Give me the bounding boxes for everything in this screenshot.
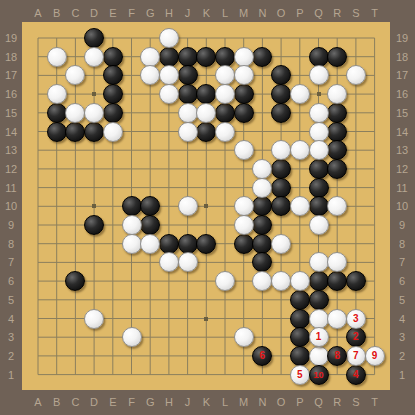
col-label-top-J: J (185, 8, 191, 19)
row-label-right-1: 1 (399, 369, 405, 380)
star-point-K10 (204, 204, 208, 208)
black-stone-E17[interactable] (103, 65, 123, 85)
white-stone-S17[interactable] (346, 65, 366, 85)
black-stone-move-10-Q1[interactable]: 10 (309, 365, 329, 385)
white-stone-O6[interactable] (271, 271, 291, 291)
white-stone-L14[interactable] (215, 122, 235, 142)
white-stone-M13[interactable] (234, 140, 254, 160)
row-label-left-12: 12 (5, 163, 17, 174)
white-stone-B16[interactable] (47, 84, 67, 104)
white-stone-F9[interactable] (122, 215, 142, 235)
star-point-K4 (204, 317, 208, 321)
white-stone-N6[interactable] (252, 271, 272, 291)
black-stone-O12[interactable] (271, 159, 291, 179)
black-stone-R18[interactable] (327, 47, 347, 67)
white-stone-move-3-S4[interactable]: 3 (346, 309, 366, 329)
col-label-bottom-Q: Q (314, 397, 323, 408)
white-stone-P10[interactable] (290, 196, 310, 216)
black-stone-O15[interactable] (271, 103, 291, 123)
black-stone-R12[interactable] (327, 159, 347, 179)
move-number-label: 8 (334, 351, 340, 361)
col-label-top-A: A (34, 8, 41, 19)
black-stone-E18[interactable] (103, 47, 123, 67)
row-label-right-14: 14 (396, 126, 408, 137)
move-number-label: 9 (372, 351, 378, 361)
black-stone-D19[interactable] (84, 28, 104, 48)
row-label-right-9: 9 (399, 220, 405, 231)
black-stone-Q11[interactable] (309, 178, 329, 198)
black-stone-Q5[interactable] (309, 290, 329, 310)
white-stone-move-7-S2[interactable]: 7 (346, 346, 366, 366)
black-stone-Q6[interactable] (309, 271, 329, 291)
row-label-left-9: 9 (8, 220, 14, 231)
black-stone-O16[interactable] (271, 84, 291, 104)
col-label-top-F: F (128, 8, 135, 19)
black-stone-Q12[interactable] (309, 159, 329, 179)
black-stone-O10[interactable] (271, 196, 291, 216)
black-stone-N10[interactable] (252, 196, 272, 216)
black-stone-C14[interactable] (65, 122, 85, 142)
white-stone-D4[interactable] (84, 309, 104, 329)
white-stone-F8[interactable] (122, 234, 142, 254)
row-label-right-5: 5 (399, 294, 405, 305)
row-label-left-4: 4 (8, 313, 14, 324)
col-label-top-P: P (296, 8, 303, 19)
white-stone-N12[interactable] (252, 159, 272, 179)
white-stone-L16[interactable] (215, 84, 235, 104)
row-label-left-14: 14 (5, 126, 17, 137)
col-label-bottom-A: A (34, 397, 41, 408)
black-stone-D14[interactable] (84, 122, 104, 142)
move-number-label: 3 (353, 314, 359, 324)
row-label-right-13: 13 (396, 145, 408, 156)
col-label-top-T: T (371, 8, 378, 19)
white-stone-K15[interactable] (196, 103, 216, 123)
black-stone-K14[interactable] (196, 122, 216, 142)
col-label-top-Q: Q (314, 8, 323, 19)
black-stone-Q10[interactable] (309, 196, 329, 216)
col-label-top-B: B (53, 8, 60, 19)
move-number-label: 1 (316, 332, 322, 342)
black-stone-H8[interactable] (159, 234, 179, 254)
col-label-top-M: M (239, 8, 248, 19)
white-stone-N11[interactable] (252, 178, 272, 198)
col-label-top-C: C (71, 8, 79, 19)
col-label-top-S: S (352, 8, 359, 19)
star-point-D10 (92, 204, 96, 208)
row-label-left-13: 13 (5, 145, 17, 156)
col-label-top-D: D (90, 8, 98, 19)
white-stone-R10[interactable] (327, 196, 347, 216)
white-stone-P6[interactable] (290, 271, 310, 291)
move-number-label: 4 (353, 370, 359, 380)
black-stone-R13[interactable] (327, 140, 347, 160)
col-label-bottom-F: F (128, 397, 135, 408)
white-stone-C15[interactable] (65, 103, 85, 123)
col-label-bottom-G: G (146, 397, 155, 408)
black-stone-K8[interactable] (196, 234, 216, 254)
white-stone-J10[interactable] (178, 196, 198, 216)
white-stone-R4[interactable] (327, 309, 347, 329)
col-label-bottom-M: M (239, 397, 248, 408)
white-stone-M9[interactable] (234, 215, 254, 235)
row-label-left-16: 16 (5, 89, 17, 100)
col-label-top-G: G (146, 8, 155, 19)
black-stone-E15[interactable] (103, 103, 123, 123)
white-stone-J15[interactable] (178, 103, 198, 123)
move-number-label: 2 (353, 332, 359, 342)
white-stone-M10[interactable] (234, 196, 254, 216)
row-label-left-19: 19 (5, 33, 17, 44)
white-stone-R16[interactable] (327, 84, 347, 104)
black-stone-N8[interactable] (252, 234, 272, 254)
white-stone-M3[interactable] (234, 327, 254, 347)
col-label-top-L: L (222, 8, 228, 19)
black-stone-N9[interactable] (252, 215, 272, 235)
white-stone-Q14[interactable] (309, 122, 329, 142)
white-stone-M18[interactable] (234, 47, 254, 67)
white-stone-O8[interactable] (271, 234, 291, 254)
black-stone-C6[interactable] (65, 271, 85, 291)
black-stone-P5[interactable] (290, 290, 310, 310)
black-stone-K16[interactable] (196, 84, 216, 104)
white-stone-G8[interactable] (140, 234, 160, 254)
row-label-left-10: 10 (5, 201, 17, 212)
black-stone-L18[interactable] (215, 47, 235, 67)
row-label-left-3: 3 (8, 332, 14, 343)
black-stone-G10[interactable] (140, 196, 160, 216)
row-label-left-6: 6 (8, 276, 14, 287)
black-stone-P2[interactable] (290, 346, 310, 366)
row-label-left-17: 17 (5, 70, 17, 81)
black-stone-E16[interactable] (103, 84, 123, 104)
white-stone-C17[interactable] (65, 65, 85, 85)
col-label-bottom-R: R (333, 397, 341, 408)
col-label-top-R: R (333, 8, 341, 19)
black-stone-F10[interactable] (122, 196, 142, 216)
white-stone-Q17[interactable] (309, 65, 329, 85)
move-number-label: 6 (260, 351, 266, 361)
black-stone-J8[interactable] (178, 234, 198, 254)
white-stone-B18[interactable] (47, 47, 67, 67)
white-stone-Q15[interactable] (309, 103, 329, 123)
white-stone-move-5-P1[interactable]: 5 (290, 365, 310, 385)
move-number-label: 10 (313, 370, 323, 380)
go-board[interactable]: 12345678910 (22, 22, 390, 390)
row-label-right-11: 11 (396, 182, 407, 193)
white-stone-H7[interactable] (159, 252, 179, 272)
white-stone-P16[interactable] (290, 84, 310, 104)
row-label-right-3: 3 (399, 332, 405, 343)
col-label-bottom-D: D (90, 397, 98, 408)
row-label-left-2: 2 (8, 350, 14, 361)
white-stone-Q13[interactable] (309, 140, 329, 160)
black-stone-J17[interactable] (178, 65, 198, 85)
col-label-top-N: N (258, 8, 266, 19)
row-label-left-1: 1 (8, 369, 14, 380)
white-stone-D15[interactable] (84, 103, 104, 123)
white-stone-H19[interactable] (159, 28, 179, 48)
col-label-bottom-C: C (71, 397, 79, 408)
black-stone-D9[interactable] (84, 215, 104, 235)
black-stone-move-4-S1[interactable]: 4 (346, 365, 366, 385)
row-label-left-8: 8 (8, 238, 14, 249)
white-stone-F3[interactable] (122, 327, 142, 347)
white-stone-P13[interactable] (290, 140, 310, 160)
row-label-right-10: 10 (396, 201, 408, 212)
row-label-left-15: 15 (5, 107, 17, 118)
black-stone-J16[interactable] (178, 84, 198, 104)
row-label-right-15: 15 (396, 107, 408, 118)
go-game-screenshot: 12345678910 AABBCCDDEEFFGGHHJJKKLLMMNNOO… (0, 0, 415, 415)
black-stone-M16[interactable] (234, 84, 254, 104)
col-label-top-K: K (203, 8, 210, 19)
row-label-left-5: 5 (8, 294, 14, 305)
black-stone-move-6-N2[interactable]: 6 (252, 346, 272, 366)
move-number-label: 7 (353, 351, 359, 361)
white-stone-L6[interactable] (215, 271, 235, 291)
col-label-bottom-S: S (352, 397, 359, 408)
white-stone-R7[interactable] (327, 252, 347, 272)
black-stone-R14[interactable] (327, 122, 347, 142)
white-stone-Q7[interactable] (309, 252, 329, 272)
col-label-bottom-J: J (185, 397, 191, 408)
black-stone-P3[interactable] (290, 327, 310, 347)
col-label-bottom-P: P (296, 397, 303, 408)
black-stone-move-2-S3[interactable]: 2 (346, 327, 366, 347)
white-stone-move-9-T2[interactable]: 9 (365, 346, 385, 366)
row-label-right-6: 6 (399, 276, 405, 287)
white-stone-Q4[interactable] (309, 309, 329, 329)
white-stone-L17[interactable] (215, 65, 235, 85)
white-stone-J7[interactable] (178, 252, 198, 272)
black-stone-N18[interactable] (252, 47, 272, 67)
white-stone-G17[interactable] (140, 65, 160, 85)
row-label-right-7: 7 (399, 257, 405, 268)
black-stone-R15[interactable] (327, 103, 347, 123)
black-stone-N7[interactable] (252, 252, 272, 272)
row-label-right-8: 8 (399, 238, 405, 249)
star-point-D16 (92, 92, 96, 96)
col-label-bottom-B: B (53, 397, 60, 408)
white-stone-O13[interactable] (271, 140, 291, 160)
row-label-right-4: 4 (399, 313, 405, 324)
white-stone-M17[interactable] (234, 65, 254, 85)
star-point-Q16 (317, 92, 321, 96)
row-label-left-7: 7 (8, 257, 14, 268)
col-label-bottom-H: H (165, 397, 173, 408)
row-label-right-2: 2 (399, 350, 405, 361)
white-stone-G18[interactable] (140, 47, 160, 67)
black-stone-B15[interactable] (47, 103, 67, 123)
col-label-bottom-L: L (222, 397, 228, 408)
black-stone-O11[interactable] (271, 178, 291, 198)
black-stone-H18[interactable] (159, 47, 179, 67)
white-stone-move-1-Q3[interactable]: 1 (309, 327, 329, 347)
col-label-bottom-N: N (258, 397, 266, 408)
white-stone-H16[interactable] (159, 84, 179, 104)
col-label-top-O: O (277, 8, 286, 19)
black-stone-P4[interactable] (290, 309, 310, 329)
white-stone-H17[interactable] (159, 65, 179, 85)
black-stone-K18[interactable] (196, 47, 216, 67)
row-label-left-11: 11 (5, 182, 16, 193)
black-stone-B14[interactable] (47, 122, 67, 142)
row-label-right-18: 18 (396, 51, 408, 62)
row-label-right-16: 16 (396, 89, 408, 100)
col-label-top-E: E (109, 8, 116, 19)
col-label-bottom-K: K (203, 397, 210, 408)
row-label-right-17: 17 (396, 70, 408, 81)
black-stone-R6[interactable] (327, 271, 347, 291)
row-label-left-18: 18 (5, 51, 17, 62)
black-stone-Q18[interactable] (309, 47, 329, 67)
col-label-top-H: H (165, 8, 173, 19)
black-stone-L15[interactable] (215, 103, 235, 123)
row-label-right-12: 12 (396, 163, 408, 174)
black-stone-J18[interactable] (178, 47, 198, 67)
row-label-right-19: 19 (396, 33, 408, 44)
col-label-bottom-E: E (109, 397, 116, 408)
black-stone-M8[interactable] (234, 234, 254, 254)
black-stone-move-8-R2[interactable]: 8 (327, 346, 347, 366)
black-stone-O17[interactable] (271, 65, 291, 85)
white-stone-E14[interactable] (103, 122, 123, 142)
black-stone-M15[interactable] (234, 103, 254, 123)
white-stone-J14[interactable] (178, 122, 198, 142)
black-stone-S6[interactable] (346, 271, 366, 291)
move-number-label: 5 (297, 370, 303, 380)
col-label-bottom-O: O (277, 397, 286, 408)
white-stone-Q9[interactable] (309, 215, 329, 235)
col-label-bottom-T: T (371, 397, 378, 408)
white-stone-Q2[interactable] (309, 346, 329, 366)
black-stone-G9[interactable] (140, 215, 160, 235)
white-stone-D18[interactable] (84, 47, 104, 67)
